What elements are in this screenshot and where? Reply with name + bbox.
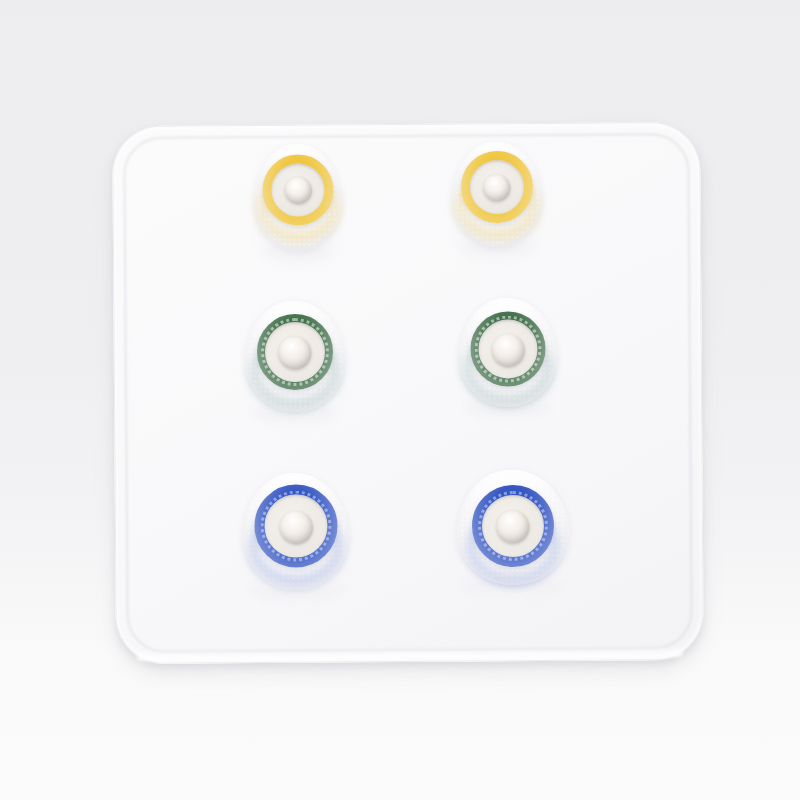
tip-nozzle-pearl <box>285 177 312 204</box>
tip-core-ring <box>263 154 334 225</box>
ear-tip-yellow-left <box>254 144 342 258</box>
ear-tip-green-right <box>459 298 557 414</box>
tip-core-ring <box>255 485 338 568</box>
tip-nozzle-pearl <box>280 511 313 544</box>
ear-tip-green-left <box>245 301 345 419</box>
tip-core-ring <box>461 151 533 223</box>
tip-nozzle-pearl <box>497 511 530 544</box>
tips-layer <box>0 0 800 800</box>
ear-tip-blue-right <box>457 470 569 592</box>
tip-nozzle-pearl <box>484 174 511 201</box>
tip-nozzle-pearl <box>279 336 312 369</box>
ear-tip-blue-left <box>243 473 349 597</box>
tip-core-ring <box>471 312 546 387</box>
tip-core-ring <box>472 485 554 567</box>
tip-nozzle-pearl <box>492 334 525 367</box>
ear-tip-yellow-right <box>452 142 542 254</box>
product-photo: Six translucent frosted silicone earbud … <box>0 0 800 800</box>
tip-core-ring <box>257 314 333 390</box>
